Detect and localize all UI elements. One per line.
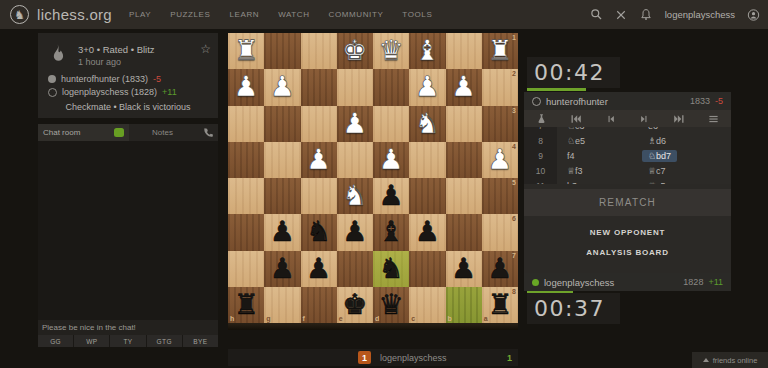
chat-room-label: Chat room — [43, 128, 80, 137]
square-d2[interactable] — [373, 69, 409, 105]
square-d8[interactable]: ♛d — [373, 287, 409, 323]
close-icon[interactable] — [615, 8, 628, 21]
square-a2[interactable]: 2 — [482, 69, 518, 105]
opponent-delta: -5 — [715, 96, 723, 106]
nav-item-community[interactable]: COMMUNITY — [329, 10, 384, 19]
game-result-label: Checkmate • Black is victorious — [38, 102, 218, 112]
file-label-f: f — [303, 315, 305, 322]
black-knight: ♞ — [379, 255, 404, 283]
game-over-actions: REMATCH NEW OPPONENT ANALYSIS BOARD — [524, 184, 731, 273]
rank-label-4: 4 — [512, 143, 516, 150]
nav-item-learn[interactable]: LEARN — [229, 10, 259, 19]
white-pawn: ♟ — [342, 110, 367, 138]
prev-move-icon[interactable] — [606, 114, 616, 124]
move-white[interactable]: ♘e5 — [557, 133, 640, 148]
square-e3[interactable]: ♟ — [337, 106, 373, 142]
square-a7[interactable]: ♟7 — [482, 251, 518, 287]
game-tab-count: 1 — [507, 353, 512, 363]
square-e2[interactable] — [337, 69, 373, 105]
black-pawn: ♟ — [342, 218, 367, 246]
square-g1[interactable] — [264, 33, 300, 69]
square-h6[interactable] — [228, 214, 264, 250]
move-row-10: 10♕f3♕c7 — [524, 163, 731, 178]
black-player-name: logenplayschess (1828) — [62, 87, 157, 97]
white-player-icon — [48, 75, 56, 83]
black-player-line[interactable]: logenplayschess (1828) +11 — [48, 87, 177, 97]
game-tab-label[interactable]: logenplayschess — [380, 353, 447, 363]
player-delta: +11 — [708, 277, 723, 287]
file-label-g: g — [266, 315, 270, 322]
rank-label-8: 8 — [512, 288, 516, 295]
square-b1[interactable] — [446, 33, 482, 69]
square-e1[interactable]: ♚ — [337, 33, 373, 69]
top-nav: ♞ lichess.org PLAYPUZZLESLEARNWATCHCOMMU… — [0, 0, 768, 29]
square-f5[interactable] — [301, 178, 337, 214]
move-number: 8 — [524, 133, 557, 148]
black-rating-delta: +11 — [162, 87, 177, 97]
rank-label-2: 2 — [512, 70, 516, 77]
square-b6[interactable] — [446, 214, 482, 250]
last-move-icon[interactable] — [673, 114, 685, 124]
black-pawn: ♟ — [487, 255, 512, 283]
chat-input[interactable]: Please be nice in the chat! — [38, 320, 218, 335]
square-a6[interactable]: 6 — [482, 214, 518, 250]
move-number: 10 — [524, 163, 557, 178]
white-pawn: ♟ — [306, 146, 331, 174]
file-label-c: c — [411, 315, 415, 322]
white-pawn: ♟ — [270, 73, 295, 101]
square-c8[interactable]: c — [409, 287, 445, 323]
nav-item-puzzles[interactable]: PUZZLES — [170, 10, 210, 19]
new-opponent-button[interactable]: NEW OPPONENT — [524, 228, 731, 237]
square-c4[interactable] — [409, 142, 445, 178]
game-date-label: 1 hour ago — [78, 57, 121, 67]
square-f7[interactable]: ♟ — [301, 251, 337, 287]
opponent-rating: 1833 — [690, 96, 710, 106]
black-pawn: ♟ — [379, 182, 404, 210]
move-number: 9 — [524, 148, 557, 163]
square-f8[interactable]: f — [301, 287, 337, 323]
square-b2[interactable]: ♟ — [446, 69, 482, 105]
square-g5[interactable] — [264, 178, 300, 214]
square-a4[interactable]: ♟4 — [482, 142, 518, 178]
menu-hamburger-icon[interactable] — [708, 114, 719, 124]
square-a8[interactable]: ♜a8 — [482, 287, 518, 323]
nav-item-play[interactable]: PLAY — [129, 10, 151, 19]
black-rook: ♜ — [234, 291, 259, 319]
square-c6[interactable]: ♟ — [409, 214, 445, 250]
phone-icon[interactable] — [196, 124, 218, 141]
file-label-b: b — [448, 315, 452, 322]
square-c7[interactable] — [409, 251, 445, 287]
analysis-board-button[interactable]: ANALYSIS BOARD — [524, 248, 731, 257]
chat-messages-area[interactable] — [38, 141, 218, 320]
white-pawn: ♟ — [415, 73, 440, 101]
square-f2[interactable] — [301, 69, 337, 105]
square-d6[interactable]: ♝ — [373, 214, 409, 250]
nav-menu: PLAYPUZZLESLEARNWATCHCOMMUNITYTOOLS — [129, 10, 432, 19]
move-black[interactable]: ♕c7 — [640, 163, 731, 178]
analysis-flask-icon[interactable] — [536, 113, 547, 125]
square-g7[interactable]: ♟ — [264, 251, 300, 287]
square-h8[interactable]: ♜h — [228, 287, 264, 323]
move-black[interactable]: ♗d6 — [640, 133, 731, 148]
square-e4[interactable] — [337, 142, 373, 178]
avatar-icon[interactable] — [747, 8, 760, 21]
white-rating-delta: -5 — [153, 74, 161, 84]
square-a1[interactable]: ♜1 — [482, 33, 518, 69]
square-g2[interactable]: ♟ — [264, 69, 300, 105]
square-e6[interactable]: ♟ — [337, 214, 373, 250]
white-rook: ♜ — [234, 37, 259, 65]
square-f4[interactable]: ♟ — [301, 142, 337, 178]
player-rating: 1828 — [683, 277, 703, 287]
white-pawn: ♟ — [451, 73, 476, 101]
square-e7[interactable] — [337, 251, 373, 287]
square-b7[interactable]: ♟ — [446, 251, 482, 287]
file-label-e: e — [339, 315, 343, 322]
square-c5[interactable] — [409, 178, 445, 214]
game-meta-box: 3+0 • Rated • Blitz 1 hour ago ☆ huntero… — [38, 33, 218, 118]
quick-reply-ty[interactable]: TY — [110, 335, 145, 347]
header-right: logenplayschess — [590, 8, 760, 21]
white-knight: ♞ — [415, 110, 440, 138]
white-pawn: ♟ — [379, 146, 404, 174]
current-move[interactable]: ♘bd7 — [642, 150, 677, 162]
quick-reply-gg[interactable]: GG — [38, 335, 73, 347]
move-white[interactable]: ♕f3 — [557, 163, 640, 178]
black-bishop: ♝ — [379, 218, 404, 246]
quick-reply-wp[interactable]: WP — [74, 335, 109, 347]
chess-board: ♜♚♛♝♜1♟♟♟♟2♟♞3♟♟♟4♞♟5♟♞♟♝♟6♟♟♞♟♟7♜hgf♚e♛… — [228, 33, 518, 323]
square-d3[interactable] — [373, 106, 409, 142]
file-label-d: d — [375, 315, 379, 322]
square-b8[interactable]: b — [446, 287, 482, 323]
square-h2[interactable]: ♟ — [228, 69, 264, 105]
file-label-h: h — [230, 315, 234, 322]
square-b5[interactable] — [446, 178, 482, 214]
square-g8[interactable]: g — [264, 287, 300, 323]
opponent-row: hunterofhunter 1833 -5 — [524, 92, 731, 110]
tab-notes[interactable]: Notes — [129, 124, 196, 141]
quick-reply-bye[interactable]: BYE — [183, 335, 218, 347]
black-knight: ♞ — [306, 218, 331, 246]
square-f3[interactable] — [301, 106, 337, 142]
move-white[interactable]: f4 — [557, 148, 640, 163]
square-a3[interactable]: 3 — [482, 106, 518, 142]
username-menu[interactable]: logenplayschess — [665, 9, 735, 20]
square-c2[interactable]: ♟ — [409, 69, 445, 105]
rematch-button[interactable]: REMATCH — [524, 189, 731, 216]
move-black[interactable]: ♘bd7 — [640, 148, 731, 163]
player-name[interactable]: logenplayschess — [544, 277, 614, 288]
bell-icon[interactable] — [640, 8, 653, 21]
black-pawn: ♟ — [270, 255, 295, 283]
square-h3[interactable] — [228, 106, 264, 142]
square-a5[interactable]: 5 — [482, 178, 518, 214]
move-nav-toolbar — [524, 110, 731, 127]
nav-item-tools[interactable]: TOOLS — [402, 10, 432, 19]
white-queen: ♛ — [379, 37, 404, 65]
white-player-name: hunterofhunter (1833) — [61, 74, 148, 84]
opponent-name[interactable]: hunterofhunter — [546, 96, 608, 107]
board-edge — [228, 323, 518, 330]
move-row-8: 8♘e5♗d6 — [524, 133, 731, 148]
blitz-flame-icon — [48, 44, 67, 68]
rank-label-1: 1 — [512, 34, 516, 41]
file-label-a: a — [484, 315, 488, 322]
square-f6[interactable]: ♞ — [301, 214, 337, 250]
brand-title[interactable]: lichess.org — [37, 6, 112, 23]
player-clock: 00:37 — [527, 293, 620, 324]
white-rook: ♜ — [487, 37, 512, 65]
white-pawn: ♟ — [487, 146, 512, 174]
white-side-icon — [532, 97, 541, 106]
white-player-line[interactable]: hunterofhunter (1833) -5 — [48, 74, 161, 84]
square-g3[interactable] — [264, 106, 300, 142]
white-pawn: ♟ — [234, 73, 259, 101]
white-knight: ♞ — [342, 182, 367, 210]
square-c3[interactable]: ♞ — [409, 106, 445, 142]
square-h7[interactable] — [228, 251, 264, 287]
move-list: 7♘c3e68♘e5♗d69f4♘bd710♕f3♕c711b3♕c5 — [524, 127, 731, 184]
square-g6[interactable]: ♟ — [264, 214, 300, 250]
player-row: logenplayschess 1828 +11 — [524, 273, 731, 291]
game-tab-bar: 1 logenplayschess 1 — [228, 349, 518, 366]
black-queen: ♛ — [379, 291, 404, 319]
rank-label-5: 5 — [512, 179, 516, 186]
opponent-clock-bar — [527, 88, 586, 91]
friends-online-bar[interactable]: friends online — [692, 352, 768, 368]
square-d5[interactable]: ♟ — [373, 178, 409, 214]
white-king: ♚ — [342, 37, 367, 65]
square-e5[interactable]: ♞ — [337, 178, 373, 214]
square-h5[interactable] — [228, 178, 264, 214]
rank-label-7: 7 — [512, 252, 516, 259]
friends-online-label: friends online — [713, 356, 758, 365]
chat-tabs: Chat room Notes — [38, 124, 218, 141]
square-d4[interactable]: ♟ — [373, 142, 409, 178]
next-move-icon[interactable] — [639, 114, 649, 124]
black-player-icon — [48, 88, 57, 97]
quick-reply-gtg[interactable]: GTG — [147, 335, 182, 347]
chat-placeholder: Please be nice in the chat! — [42, 323, 136, 332]
black-king: ♚ — [342, 291, 367, 319]
nav-item-watch[interactable]: WATCH — [278, 10, 309, 19]
online-dot-icon — [532, 279, 539, 286]
lichess-logo-icon[interactable]: ♞ — [10, 5, 29, 24]
tab-chat-room[interactable]: Chat room — [38, 124, 129, 141]
black-rook: ♜ — [487, 291, 512, 319]
square-e8[interactable]: ♚e — [337, 287, 373, 323]
square-g4[interactable] — [264, 142, 300, 178]
black-pawn: ♟ — [270, 218, 295, 246]
square-d1[interactable]: ♛ — [373, 33, 409, 69]
square-h1[interactable]: ♜ — [228, 33, 264, 69]
lichess-game-page: ♞ lichess.org PLAYPUZZLESLEARNWATCHCOMMU… — [0, 0, 768, 368]
square-d7[interactable]: ♞ — [373, 251, 409, 287]
rank-label-6: 6 — [512, 215, 516, 222]
time-control-label: 3+0 • Rated • Blitz — [78, 44, 155, 55]
move-alert-badge: 1 — [358, 351, 371, 364]
square-h4[interactable] — [228, 142, 264, 178]
chevron-up-icon — [703, 358, 709, 362]
square-c1[interactable]: ♝ — [409, 33, 445, 69]
first-move-icon[interactable] — [570, 114, 582, 124]
square-b4[interactable] — [446, 142, 482, 178]
square-b3[interactable] — [446, 106, 482, 142]
move-row-9: 9f4♘bd7 — [524, 148, 731, 163]
white-bishop: ♝ — [415, 37, 440, 65]
search-icon[interactable] — [590, 8, 603, 21]
chat-quick-replies: GGWPTYGTGBYE — [38, 335, 218, 347]
bookmark-star-icon[interactable]: ☆ — [200, 42, 211, 56]
black-pawn: ♟ — [306, 255, 331, 283]
black-pawn: ♟ — [415, 218, 440, 246]
chat-toggle[interactable] — [114, 128, 124, 137]
square-f1[interactable] — [301, 33, 337, 69]
rank-label-3: 3 — [512, 107, 516, 114]
opponent-clock: 00:42 — [527, 57, 620, 88]
black-pawn: ♟ — [451, 255, 476, 283]
